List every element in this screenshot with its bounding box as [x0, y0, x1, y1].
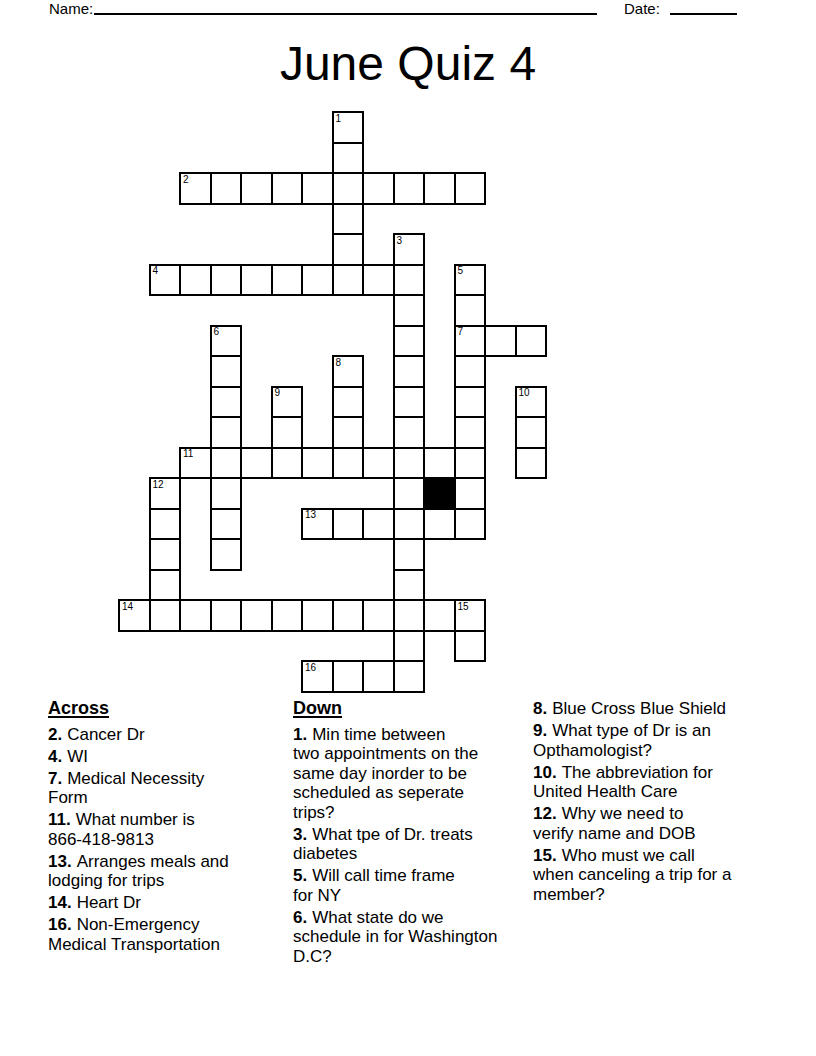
grid-cell[interactable] [332, 508, 365, 541]
grid-cell[interactable]: 7 [454, 325, 487, 358]
grid-cell[interactable]: 5 [454, 264, 487, 297]
grid-cell[interactable]: 13 [301, 508, 334, 541]
grid-cell[interactable] [393, 569, 426, 602]
grid-cell[interactable] [332, 142, 365, 175]
clue-text: The abbreviation for United Health Care [533, 763, 713, 802]
grid-cell[interactable] [362, 447, 395, 480]
clue-number-label: 12. [533, 804, 557, 823]
grid-cell[interactable] [210, 447, 243, 480]
clue-item: 1.Min time between two appointments on t… [293, 725, 535, 823]
clue-item: 3.What tpe of Dr. treats diabetes [293, 825, 535, 864]
clue-item: 9.What type of Dr is an Opthamologist? [533, 721, 781, 760]
grid-cell[interactable] [149, 508, 182, 541]
grid-cell[interactable] [393, 172, 426, 205]
grid-cell[interactable] [240, 447, 273, 480]
grid-cell[interactable] [393, 630, 426, 663]
grid-cell[interactable] [271, 172, 304, 205]
clue-text: Arranges meals and lodging for trips [48, 852, 229, 891]
clue-number: 6 [214, 327, 220, 337]
grid-cell[interactable] [332, 660, 365, 693]
clue-number-label: 14. [48, 893, 72, 912]
grid-cell[interactable] [454, 172, 487, 205]
grid-cell[interactable] [362, 508, 395, 541]
grid-cell[interactable] [393, 477, 426, 510]
clue-number-label: 7. [48, 769, 62, 788]
grid-cell[interactable]: 3 [393, 233, 426, 266]
across-heading: Across [48, 699, 276, 719]
grid-cell[interactable] [210, 416, 243, 449]
grid-cell[interactable] [301, 172, 334, 205]
grid-cell[interactable] [393, 294, 426, 327]
clue-text: WI [67, 747, 88, 766]
grid-cell[interactable]: 6 [210, 325, 243, 358]
grid-cell[interactable] [484, 325, 517, 358]
clue-number: 15 [458, 602, 469, 612]
clue-text: Why we need to verify name and DOB [533, 804, 696, 843]
clue-text: Medical Necessity Form [48, 769, 204, 808]
clue-number: 1 [336, 114, 342, 124]
grid-cell[interactable] [362, 172, 395, 205]
grid-cell[interactable] [271, 416, 304, 449]
clue-number: 9 [275, 388, 281, 398]
grid-cell[interactable]: 2 [179, 172, 212, 205]
grid-cell[interactable] [454, 355, 487, 388]
clue-number: 14 [122, 602, 133, 612]
clue-number: 5 [458, 266, 464, 276]
clue-number: 4 [153, 266, 159, 276]
clue-text: Will call time frame for NY [293, 866, 455, 905]
clue-item: 11.What number is 866-418-9813 [48, 810, 276, 849]
clue-text: Who must we call when canceling a trip f… [533, 846, 731, 904]
grid-cell[interactable] [332, 233, 365, 266]
grid-cell[interactable] [423, 172, 456, 205]
grid-cell[interactable]: 10 [515, 386, 548, 419]
date-label: Date: [624, 1, 660, 17]
clue-text: What type of Dr is an Opthamologist? [533, 721, 711, 760]
grid-cell[interactable] [240, 599, 273, 632]
clue-number: 16 [305, 663, 316, 673]
grid-cell[interactable] [271, 447, 304, 480]
grid-cell[interactable] [454, 447, 487, 480]
grid-cell[interactable] [332, 599, 365, 632]
clue-number-label: 9. [533, 721, 547, 740]
grid-cell[interactable] [454, 294, 487, 327]
grid-cell[interactable] [240, 264, 273, 297]
grid-cell[interactable] [393, 264, 426, 297]
grid-cell[interactable] [332, 172, 365, 205]
grid-cell[interactable] [210, 508, 243, 541]
clue-text: What tpe of Dr. treats diabetes [293, 825, 473, 864]
clue-number-label: 15. [533, 846, 557, 865]
clue-item: 7.Medical Necessity Form [48, 769, 276, 808]
grid-cell[interactable]: 16 [301, 660, 334, 693]
clue-item: 6.What state do we schedule in for Washi… [293, 908, 535, 967]
grid-cell[interactable] [393, 599, 426, 632]
grid-cell[interactable] [240, 172, 273, 205]
grid-cell[interactable] [301, 447, 334, 480]
grid-cell[interactable] [210, 386, 243, 419]
clue-number: 2 [183, 175, 189, 185]
black-cell [423, 477, 456, 510]
grid-cell[interactable] [149, 538, 182, 571]
grid-cell[interactable] [454, 508, 487, 541]
clue-number: 7 [458, 327, 464, 337]
clue-number-label: 13. [48, 852, 72, 871]
down-clues-column-continued: 8.Blue Cross Blue Shield9.What type of D… [533, 699, 781, 907]
clue-text: Blue Cross Blue Shield [552, 699, 726, 718]
down-clues-column: Down 1.Min time between two appointments… [293, 699, 535, 969]
grid-cell[interactable] [332, 416, 365, 449]
grid-cell[interactable] [515, 325, 548, 358]
grid-cell[interactable] [393, 447, 426, 480]
grid-cell[interactable] [393, 325, 426, 358]
grid-cell[interactable] [454, 477, 487, 510]
grid-cell[interactable] [423, 508, 456, 541]
grid-cell[interactable] [149, 569, 182, 602]
worksheet-page: Name: Date: June Quiz 4 1234567891011121… [0, 0, 816, 1056]
grid-cell[interactable]: 11 [179, 447, 212, 480]
clue-number: 11 [183, 449, 193, 459]
clue-item: 8.Blue Cross Blue Shield [533, 699, 781, 719]
grid-cell[interactable] [362, 264, 395, 297]
grid-cell[interactable] [362, 599, 395, 632]
grid-cell[interactable] [393, 538, 426, 571]
clue-number-label: 10. [533, 763, 557, 782]
grid-cell[interactable]: 9 [271, 386, 304, 419]
clue-item: 10.The abbreviation for United Health Ca… [533, 763, 781, 802]
grid-cell[interactable] [332, 203, 365, 236]
clue-number: 3 [397, 236, 403, 246]
clue-item: 15.Who must we call when canceling a tri… [533, 846, 781, 905]
clue-number: 13 [305, 510, 316, 520]
clue-number: 12 [153, 480, 164, 490]
name-line[interactable] [94, 0, 597, 15]
grid-cell[interactable]: 4 [149, 264, 182, 297]
grid-cell[interactable] [515, 416, 548, 449]
clue-number-label: 3. [293, 825, 307, 844]
grid-cell[interactable]: 14 [118, 599, 151, 632]
grid-cell[interactable] [332, 447, 365, 480]
clue-item: 4.WI [48, 747, 276, 767]
clue-number: 8 [336, 358, 342, 368]
grid-cell[interactable] [393, 355, 426, 388]
grid-cell[interactable] [393, 660, 426, 693]
grid-cell[interactable]: 15 [454, 599, 487, 632]
clue-item: 2.Cancer Dr [48, 725, 276, 745]
grid-cell[interactable]: 12 [149, 477, 182, 510]
grid-cell[interactable] [210, 599, 243, 632]
clue-number-label: 4. [48, 747, 62, 766]
grid-cell[interactable] [332, 386, 365, 419]
grid-cell[interactable] [210, 172, 243, 205]
clue-text: Min time between two appointments on the… [293, 725, 478, 822]
grid-cell[interactable]: 8 [332, 355, 365, 388]
grid-cell[interactable] [301, 599, 334, 632]
clue-text: Cancer Dr [67, 725, 144, 744]
clue-number-label: 11. [48, 810, 71, 829]
clue-number-label: 6. [293, 908, 307, 927]
name-label: Name: [49, 1, 93, 17]
clue-item: 16.Non-Emergency Medical Transportation [48, 915, 276, 954]
clue-text: What state do we schedule in for Washing… [293, 908, 497, 966]
clue-text: Non-Emergency Medical Transportation [48, 915, 220, 954]
grid-cell[interactable] [423, 599, 456, 632]
grid-cell[interactable] [393, 416, 426, 449]
grid-cell[interactable] [210, 477, 243, 510]
clue-item: 14.Heart Dr [48, 893, 276, 913]
clue-number-label: 8. [533, 699, 547, 718]
down-heading: Down [293, 699, 535, 719]
grid-cell[interactable] [454, 630, 487, 663]
grid-cell[interactable]: 1 [332, 111, 365, 144]
grid-cell[interactable] [210, 355, 243, 388]
clue-number-label: 16. [48, 915, 72, 934]
puzzle-title: June Quiz 4 [0, 38, 816, 90]
date-line[interactable] [670, 0, 737, 15]
grid-cell[interactable] [393, 386, 426, 419]
grid-cell[interactable] [271, 264, 304, 297]
across-clues-column: Across 2.Cancer Dr4.WI7.Medical Necessit… [48, 699, 276, 957]
grid-cell[interactable] [423, 447, 456, 480]
clue-item: 12.Why we need to verify name and DOB [533, 804, 781, 843]
grid-cell[interactable] [454, 386, 487, 419]
grid-cell[interactable] [149, 599, 182, 632]
grid-cell[interactable] [362, 660, 395, 693]
grid-cell[interactable] [301, 264, 334, 297]
clue-number-label: 1. [293, 725, 307, 744]
grid-cell[interactable] [271, 599, 304, 632]
clue-item: 13.Arranges meals and lodging for trips [48, 852, 276, 891]
grid-cell[interactable] [332, 264, 365, 297]
clue-number-label: 5. [293, 866, 307, 885]
grid-cell[interactable] [454, 416, 487, 449]
clue-number: 10 [519, 388, 530, 398]
clue-item: 5.Will call time frame for NY [293, 866, 535, 905]
grid-cell[interactable] [393, 508, 426, 541]
clue-number-label: 2. [48, 725, 62, 744]
grid-cell[interactable] [210, 264, 243, 297]
grid-cell[interactable] [179, 599, 212, 632]
grid-cell[interactable] [179, 264, 212, 297]
grid-cell[interactable] [515, 447, 548, 480]
grid-cell[interactable] [210, 538, 243, 571]
clue-text: Heart Dr [77, 893, 141, 912]
